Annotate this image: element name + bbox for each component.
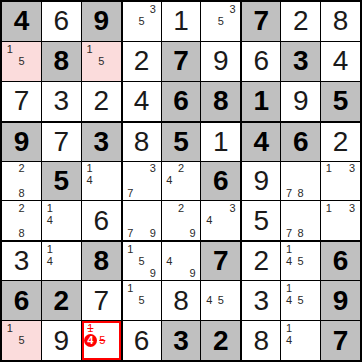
cell-r4c3[interactable]: 3	[82, 122, 121, 161]
cell-r9c1[interactable]: 15	[2, 321, 41, 360]
cell-r3c5[interactable]: 6	[162, 82, 201, 121]
given-digit: 1	[253, 87, 269, 115]
candidate-8: 8	[295, 187, 307, 199]
candidates: 13	[321, 162, 360, 201]
cell-r2c4[interactable]: 2	[122, 42, 161, 81]
given-digit: 5	[54, 167, 70, 195]
cell-r3c4[interactable]: 4	[122, 82, 161, 121]
candidate-4: 4	[44, 215, 56, 227]
candidate-4: 4	[84, 175, 96, 187]
solved-digit: 8	[134, 128, 150, 156]
candidate-3: 3	[147, 3, 158, 15]
given-digit: 2	[54, 287, 70, 315]
cell-r5c8[interactable]: 78	[281, 162, 320, 201]
candidates: 14	[82, 162, 121, 201]
candidate-3: 3	[346, 163, 358, 175]
solved-digit: 6	[253, 47, 269, 75]
cell-r6c8[interactable]: 78	[281, 201, 320, 240]
cell-r7c4[interactable]: 159	[122, 241, 161, 280]
cell-r6c3[interactable]: 6	[82, 201, 121, 240]
candidates: 29	[162, 201, 201, 240]
candidates: 145	[281, 242, 320, 280]
candidate-4: 4	[44, 255, 56, 267]
cell-r8c5[interactable]: 8	[162, 281, 201, 320]
given-digit: 5	[173, 128, 189, 156]
solved-digit: 2	[93, 87, 109, 115]
candidate-2: 2	[16, 202, 28, 214]
candidate-1: 1	[4, 43, 16, 55]
candidates: 45	[201, 281, 240, 320]
solved-digit: 7	[14, 87, 30, 115]
cell-r5c5[interactable]: 24	[162, 162, 201, 201]
cell-r1c5[interactable]: 1	[162, 2, 201, 41]
given-digit: 4	[253, 128, 269, 156]
cell-r2c1[interactable]: 15	[2, 42, 41, 81]
candidate-4: 4	[164, 255, 176, 267]
given-digit: 6	[14, 287, 30, 315]
candidate-7: 7	[125, 227, 136, 239]
candidates: 35	[201, 2, 240, 41]
candidates: 35	[123, 2, 161, 41]
cell-r7c6[interactable]: 7	[201, 241, 240, 280]
given-digit: 6	[213, 167, 229, 195]
candidates: 14	[42, 242, 81, 280]
cell-r6c6[interactable]: 34	[201, 201, 240, 240]
hint-eliminated-digit: 5	[97, 334, 108, 347]
given-digit: 2	[213, 327, 229, 355]
cell-r3c2[interactable]: 3	[42, 82, 81, 121]
cell-r6c5[interactable]: 29	[162, 201, 201, 240]
cell-r9c3[interactable]: 145	[82, 321, 121, 360]
cell-r5c2[interactable]: 5	[42, 162, 81, 201]
candidate-5: 5	[136, 15, 147, 27]
solved-digit: 3	[253, 287, 269, 315]
cell-r1c7[interactable]: 7	[241, 2, 280, 41]
cell-r7c7[interactable]: 2	[241, 241, 280, 280]
solved-digit: 7	[93, 287, 109, 315]
solved-digit: 4	[333, 47, 349, 75]
candidates: 15	[123, 281, 161, 320]
cell-r6c9[interactable]: 13	[321, 201, 360, 240]
given-digit: 4	[14, 7, 30, 35]
cell-r5c6[interactable]: 6	[201, 162, 240, 201]
candidates: 79	[123, 201, 161, 240]
candidate-1: 1	[125, 243, 136, 255]
given-digit: 5	[333, 87, 349, 115]
cell-r7c3[interactable]: 8	[82, 241, 121, 280]
cell-r2c8[interactable]: 3	[281, 42, 320, 81]
solved-digit: 6	[134, 327, 150, 355]
cell-r7c8[interactable]: 145	[281, 241, 320, 280]
candidate-7: 7	[283, 227, 295, 239]
cell-r3c9[interactable]: 5	[321, 82, 360, 121]
solved-digit: 9	[253, 167, 269, 195]
cell-r4c2[interactable]: 7	[42, 122, 81, 161]
candidates: 14	[281, 321, 320, 360]
solved-digit: 2	[253, 247, 269, 275]
given-digit: 7	[333, 327, 349, 355]
cell-r2c9[interactable]: 4	[321, 42, 360, 81]
candidate-4: 4	[164, 175, 176, 187]
cell-r2c5[interactable]: 7	[162, 42, 201, 81]
solved-digit: 1	[173, 7, 189, 35]
candidate-9: 9	[187, 227, 199, 239]
given-digit: 7	[253, 7, 269, 35]
given-digit: 8	[213, 87, 229, 115]
candidate-4: 4	[203, 215, 215, 227]
candidate-1: 1	[323, 163, 335, 175]
cell-r9c6[interactable]: 2	[201, 321, 240, 360]
candidates: 37	[123, 162, 161, 201]
cell-r2c6[interactable]: 9	[201, 42, 240, 81]
candidate-1: 1	[84, 43, 96, 55]
candidates: 15	[2, 321, 41, 360]
candidate-5: 5	[95, 55, 107, 67]
sudoku-board: 4693513572815815279634732468195973851462…	[0, 0, 362, 362]
cell-r9c5[interactable]: 3	[162, 321, 201, 360]
cell-r8c4[interactable]: 15	[122, 281, 161, 320]
solved-digit: 1	[213, 128, 229, 156]
solved-digit: 9	[54, 327, 70, 355]
candidates: 15	[82, 42, 121, 81]
cell-r3c7[interactable]: 1	[241, 82, 280, 121]
cell-r3c8[interactable]: 9	[281, 82, 320, 121]
candidate-4: 4	[283, 255, 295, 267]
cell-r1c9[interactable]: 8	[321, 2, 360, 41]
candidate-5: 5	[136, 255, 147, 267]
cell-r5c4[interactable]: 37	[122, 162, 161, 201]
cell-r1c6[interactable]: 35	[201, 2, 240, 41]
given-digit: 8	[93, 247, 109, 275]
candidates: 28	[2, 201, 41, 240]
candidates: 49	[162, 242, 201, 280]
candidates: 13	[321, 201, 360, 240]
hint-placed-digit: 4	[84, 334, 97, 347]
cell-r5c1[interactable]: 28	[2, 162, 41, 201]
candidates: 34	[201, 201, 240, 240]
candidate-5: 5	[295, 295, 307, 307]
cell-r3c1[interactable]: 7	[2, 82, 41, 121]
given-digit: 9	[93, 7, 109, 35]
candidates: 28	[2, 162, 41, 201]
given-digit: 6	[173, 87, 189, 115]
solved-digit: 7	[54, 128, 70, 156]
cell-r1c8[interactable]: 2	[281, 2, 320, 41]
cell-r1c2[interactable]: 6	[42, 2, 81, 41]
cell-r4c9[interactable]: 2	[321, 122, 360, 161]
candidate-3: 3	[227, 3, 239, 15]
cell-r6c4[interactable]: 79	[122, 201, 161, 240]
candidates: 78	[281, 162, 320, 201]
solved-digit: 4	[134, 87, 150, 115]
solved-digit: 6	[54, 7, 70, 35]
cell-r7c9[interactable]: 6	[321, 241, 360, 280]
cell-r5c3[interactable]: 14	[82, 162, 121, 201]
given-digit: 7	[213, 247, 229, 275]
solved-digit: 9	[293, 87, 309, 115]
candidates: 145	[281, 281, 320, 320]
candidate-5: 5	[215, 295, 227, 307]
cell-r4c7[interactable]: 4	[241, 122, 280, 161]
cell-r9c2[interactable]: 9	[42, 321, 81, 360]
solved-digit: 3	[14, 247, 30, 275]
candidates: 24	[162, 162, 201, 201]
cell-r6c7[interactable]: 5	[241, 201, 280, 240]
candidate-4: 4	[283, 295, 295, 307]
cell-r9c7[interactable]: 8	[241, 321, 280, 360]
solved-digit: 5	[253, 207, 269, 235]
solved-digit: 8	[333, 7, 349, 35]
cell-r1c3[interactable]: 9	[82, 2, 121, 41]
cell-r2c3[interactable]: 15	[82, 42, 121, 81]
candidate-3: 3	[227, 202, 239, 214]
cell-r6c1[interactable]: 28	[2, 201, 41, 240]
candidate-9: 9	[147, 267, 158, 279]
cell-r4c8[interactable]: 6	[281, 122, 320, 161]
cell-r8c3[interactable]: 7	[82, 281, 121, 320]
cell-r5c9[interactable]: 13	[321, 162, 360, 201]
cell-r8c7[interactable]: 3	[241, 281, 280, 320]
solved-digit: 8	[253, 327, 269, 355]
candidate-1: 1	[283, 322, 295, 334]
solved-digit: 8	[173, 287, 189, 315]
candidate-3: 3	[147, 163, 158, 175]
given-digit: 9	[333, 287, 349, 315]
solved-digit: 2	[293, 7, 309, 35]
candidate-8: 8	[295, 227, 307, 239]
hint-candidates: 145	[82, 321, 121, 360]
cell-r8c6[interactable]: 45	[201, 281, 240, 320]
candidates: 78	[281, 201, 320, 240]
cell-r9c9[interactable]: 7	[321, 321, 360, 360]
cell-r3c6[interactable]: 8	[201, 82, 240, 121]
candidate-9: 9	[147, 227, 158, 239]
candidate-7: 7	[283, 187, 295, 199]
given-digit: 3	[293, 47, 309, 75]
cell-r2c7[interactable]: 6	[241, 42, 280, 81]
candidate-2: 2	[175, 163, 187, 175]
candidate-7: 7	[125, 187, 136, 199]
cell-r9c8[interactable]: 14	[281, 321, 320, 360]
cell-r8c8[interactable]: 145	[281, 281, 320, 320]
cell-r2c2[interactable]: 8	[42, 42, 81, 81]
candidate-4: 4	[203, 295, 215, 307]
cell-r7c2[interactable]: 14	[42, 241, 81, 280]
given-digit: 9	[14, 128, 30, 156]
given-digit: 7	[173, 47, 189, 75]
candidate-1: 1	[4, 322, 16, 334]
candidate-1: 1	[283, 243, 295, 255]
cell-r9c4[interactable]: 6	[122, 321, 161, 360]
given-digit: 3	[93, 128, 109, 156]
candidate-4: 4	[283, 334, 295, 346]
candidates: 14	[42, 201, 81, 240]
cell-r7c5[interactable]: 49	[162, 241, 201, 280]
candidates: 159	[123, 242, 161, 280]
candidate-1: 1	[125, 282, 136, 294]
solved-digit: 2	[333, 128, 349, 156]
given-digit: 6	[333, 247, 349, 275]
candidate-1: 1	[44, 202, 56, 214]
candidate-8: 8	[16, 187, 28, 199]
cell-r8c1[interactable]: 6	[2, 281, 41, 320]
solved-digit: 6	[93, 207, 109, 235]
given-digit: 8	[54, 47, 70, 75]
cell-r3c3[interactable]: 2	[82, 82, 121, 121]
cell-r5c7[interactable]: 9	[241, 162, 280, 201]
candidate-5: 5	[215, 15, 227, 27]
solved-digit: 2	[134, 47, 150, 75]
cell-r4c4[interactable]: 8	[122, 122, 161, 161]
candidate-5: 5	[16, 334, 28, 346]
cell-r4c6[interactable]: 1	[201, 122, 240, 161]
cell-r8c2[interactable]: 2	[42, 281, 81, 320]
solved-digit: 3	[54, 87, 70, 115]
solved-digit: 9	[213, 47, 229, 75]
candidate-2: 2	[175, 202, 187, 214]
candidate-1: 1	[323, 202, 335, 214]
candidate-2: 2	[16, 163, 28, 175]
candidate-8: 8	[16, 227, 28, 239]
given-digit: 3	[173, 327, 189, 355]
cell-r8c9[interactable]: 9	[321, 281, 360, 320]
cell-r1c1[interactable]: 4	[2, 2, 41, 41]
candidate-9: 9	[187, 267, 199, 279]
candidates: 15	[2, 42, 41, 81]
candidate-1: 1	[44, 243, 56, 255]
cell-r1c4[interactable]: 35	[122, 2, 161, 41]
cell-r4c1[interactable]: 9	[2, 122, 41, 161]
cell-r4c5[interactable]: 5	[162, 122, 201, 161]
candidate-1: 1	[84, 163, 96, 175]
given-digit: 6	[293, 128, 309, 156]
candidate-5: 5	[295, 255, 307, 267]
candidate-5: 5	[136, 295, 147, 307]
candidate-5: 5	[16, 55, 28, 67]
cell-r6c2[interactable]: 14	[42, 201, 81, 240]
candidate-3: 3	[346, 202, 358, 214]
candidate-1: 1	[283, 282, 295, 294]
hint-eliminated-digit: 1	[84, 322, 97, 334]
cell-r7c1[interactable]: 3	[2, 241, 41, 280]
